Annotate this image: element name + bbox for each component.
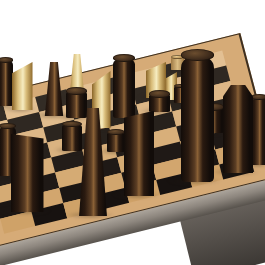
piece-dark-pawn-e5 [107,132,125,152]
piece-top-cap [107,129,125,135]
piece-dark-knight-b1 [11,133,44,212]
piece-top-cap [149,90,170,97]
piece-dark-king-g1 [181,55,214,182]
piece-dark-rook-f1 [124,108,154,196]
piece-top-cap [66,87,87,94]
piece-dark-pawn-d5 [62,124,82,151]
piece-dark-bishop-h2 [223,85,253,173]
piece-dark-pawn-f6 [149,94,170,112]
piece-top-cap [0,57,13,62]
pieces-layer [0,0,265,265]
piece-dark-rook-f8 [113,58,135,118]
piece-top-cap [62,121,82,128]
piece-gold-bishop-b8 [12,62,33,110]
piece-dark-pawn-d7 [66,91,87,118]
piece-dark-bishop-c8 [43,62,66,116]
chess-set-photo [0,0,265,265]
piece-dark-pawn-a8 [0,60,13,106]
piece-top-cap [181,49,214,60]
piece-top-cap [113,54,135,61]
piece-top-cap [0,123,16,129]
